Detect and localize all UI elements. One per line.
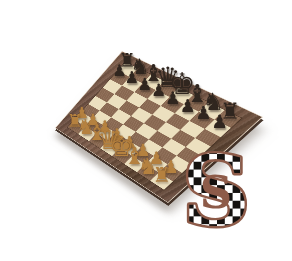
- piece-black-pawn-h7[interactable]: ♟: [211, 113, 228, 132]
- piece-black-pawn-f7[interactable]: ♟: [180, 97, 196, 115]
- logo-inner-s: S: [200, 166, 232, 219]
- piece-black-pawn-e7[interactable]: ♟: [165, 90, 181, 107]
- piece-white-rook-h1[interactable]: ♜: [153, 165, 172, 186]
- product-photo-stage: ♜♞♝♛♚♝♞♜♟♟♟♟♟♟♟♟♟♟♟♟♟♟♟♟♜♞♝♛♚♝♞♜ S S: [0, 0, 292, 261]
- piece-black-pawn-g7[interactable]: ♟: [195, 105, 211, 123]
- piece-black-pawn-d7[interactable]: ♟: [151, 83, 166, 100]
- brand-logo-s: S S: [178, 146, 256, 236]
